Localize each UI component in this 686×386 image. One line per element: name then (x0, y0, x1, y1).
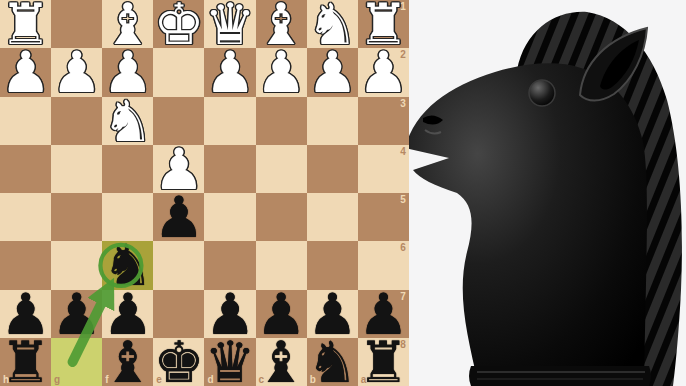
square-f8[interactable]: ♝f (102, 338, 153, 386)
square-b4[interactable] (307, 145, 358, 193)
black-pawn[interactable]: ♟ (153, 193, 204, 241)
square-a8[interactable]: ♜8a (358, 338, 409, 386)
square-h8[interactable]: ♜h (0, 338, 51, 386)
square-a4[interactable]: 4 (358, 145, 409, 193)
square-c8[interactable]: ♝c (256, 338, 307, 386)
black-rook[interactable]: ♜ (0, 338, 51, 386)
square-a2[interactable]: ♟2 (358, 48, 409, 96)
square-g4[interactable] (51, 145, 102, 193)
square-g5[interactable] (51, 193, 102, 241)
black-rook[interactable]: ♜ (358, 338, 409, 386)
square-b2[interactable]: ♟ (307, 48, 358, 96)
knight-base (469, 366, 651, 386)
square-d2[interactable]: ♟ (204, 48, 255, 96)
square-e5[interactable]: ♟ (153, 193, 204, 241)
square-f3[interactable]: ♞ (102, 97, 153, 145)
square-d8[interactable]: ♛d (204, 338, 255, 386)
square-g2[interactable]: ♟ (51, 48, 102, 96)
square-e8[interactable]: ♚e (153, 338, 204, 386)
square-a5[interactable]: 5 (358, 193, 409, 241)
chess-board-area: ♜♝♚♛♝♞♜1♟♟♟♟♟♟♟2♞3♟4♟5♞6♟♟♟♟♟♟♟7♜hg♝f♚e♛… (0, 0, 387, 386)
square-c2[interactable]: ♟ (256, 48, 307, 96)
square-d4[interactable] (204, 145, 255, 193)
rank-label-6: 6 (400, 242, 406, 253)
square-b8[interactable]: ♞b (307, 338, 358, 386)
black-bishop[interactable]: ♝ (102, 338, 153, 386)
knight-eye-icon (529, 80, 555, 106)
white-pawn[interactable]: ♟ (358, 48, 409, 96)
rank-label-5: 5 (400, 194, 406, 205)
white-pawn[interactable]: ♟ (256, 48, 307, 96)
white-pawn[interactable]: ♟ (51, 48, 102, 96)
black-knight-illustration (387, 0, 686, 386)
square-c5[interactable] (256, 193, 307, 241)
square-e1[interactable]: ♚ (153, 0, 204, 48)
file-label-g: g (54, 374, 60, 385)
square-g7[interactable]: ♟ (51, 290, 102, 338)
black-bishop[interactable]: ♝ (256, 338, 307, 386)
chess-board[interactable]: ♜♝♚♛♝♞♜1♟♟♟♟♟♟♟2♞3♟4♟5♞6♟♟♟♟♟♟♟7♜hg♝f♚e♛… (0, 0, 387, 386)
screenshot-root: ♜♝♚♛♝♞♜1♟♟♟♟♟♟♟2♞3♟4♟5♞6♟♟♟♟♟♟♟7♜hg♝f♚e♛… (0, 0, 686, 386)
square-h5[interactable] (0, 193, 51, 241)
black-knight[interactable]: ♞ (307, 338, 358, 386)
black-pawn[interactable]: ♟ (51, 290, 102, 338)
white-knight[interactable]: ♞ (102, 97, 153, 145)
square-d5[interactable] (204, 193, 255, 241)
knight-artwork-panel (387, 0, 686, 386)
black-king[interactable]: ♚ (153, 338, 204, 386)
white-pawn[interactable]: ♟ (0, 48, 51, 96)
square-b5[interactable] (307, 193, 358, 241)
square-h4[interactable] (0, 145, 51, 193)
white-pawn[interactable]: ♟ (307, 48, 358, 96)
white-pawn[interactable]: ♟ (204, 48, 255, 96)
rank-label-4: 4 (400, 146, 406, 157)
black-queen[interactable]: ♛ (204, 338, 255, 386)
square-c4[interactable] (256, 145, 307, 193)
square-h2[interactable]: ♟ (0, 48, 51, 96)
white-king[interactable]: ♚ (153, 0, 204, 48)
